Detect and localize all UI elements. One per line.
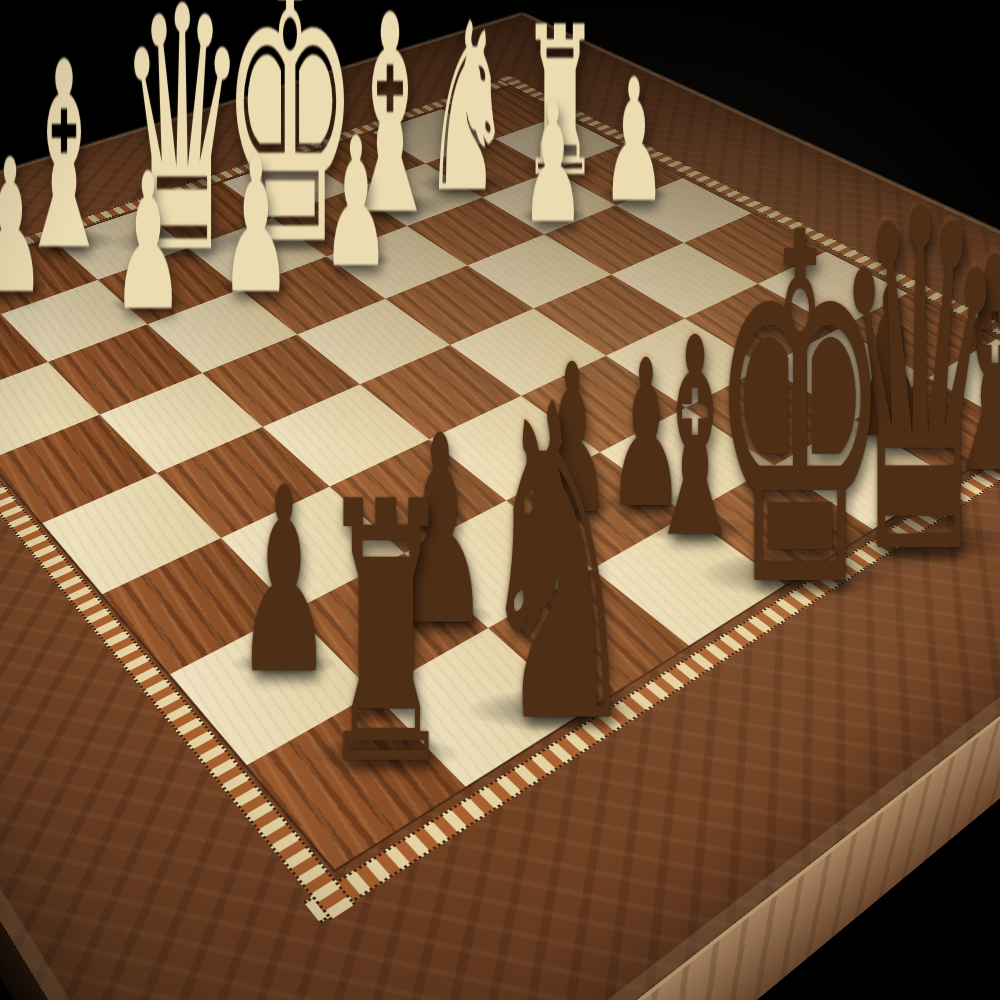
light-pawn: ♟ (112, 149, 183, 338)
dark-rook: ♜ (318, 456, 453, 815)
light-pawn: ♟ (522, 80, 585, 247)
light-pawn: ♟ (221, 132, 292, 320)
dark-king: ♚ (709, 173, 890, 655)
light-pawn: ♟ (602, 56, 666, 226)
product-photo-stage: ♟♝♟♛♟♚♟♝♞♟♜♟♟♟♝♚♟♛♝♟♜♟♞ (0, 0, 1000, 1000)
dark-knight: ♞ (476, 349, 639, 783)
light-pawn: ♟ (0, 135, 45, 320)
light-pawn: ♟ (322, 114, 389, 293)
pieces-layer: ♟♝♟♛♟♚♟♝♞♟♜♟♟♟♝♚♟♛♝♟♜♟♞ (0, 0, 1000, 1000)
